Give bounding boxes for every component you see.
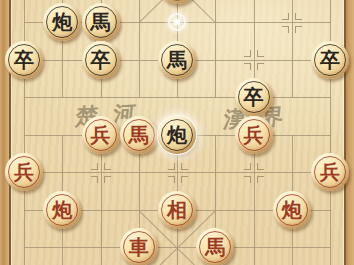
- point-marker-corner: [91, 163, 98, 170]
- piece-character: 兵: [244, 124, 264, 144]
- grid-vline-i: [330, 0, 331, 265]
- piece-character: 馬: [205, 237, 225, 257]
- grid-vline-d-top: [139, 0, 140, 98]
- point-marker-corner: [104, 176, 111, 183]
- grid-vline-f-top: [215, 0, 216, 98]
- piece-black-soldier-c4[interactable]: 卒: [82, 41, 120, 79]
- point-marker-c7: [91, 163, 111, 183]
- piece-red-elephant-e8[interactable]: 相: [158, 191, 196, 229]
- point-marker-corner: [244, 63, 251, 70]
- grid-vline-a: [24, 0, 25, 265]
- piece-character: 卒: [14, 49, 34, 69]
- piece-character: 車: [129, 237, 149, 257]
- piece-black-horse-c3[interactable]: 馬: [82, 3, 120, 41]
- point-marker-corner: [257, 63, 264, 70]
- point-marker-e7: [168, 163, 188, 183]
- piece-character: 兵: [14, 162, 34, 182]
- move-sparkle-effect: [166, 11, 188, 33]
- piece-red-horse-f9[interactable]: 馬: [196, 228, 234, 265]
- piece-red-horse-d6[interactable]: 馬: [120, 116, 158, 154]
- piece-character: 炮: [167, 124, 187, 144]
- piece-red-soldier-g6[interactable]: 兵: [235, 116, 273, 154]
- piece-black-soldier-g5[interactable]: 卒: [235, 78, 273, 116]
- piece-red-soldier-i7[interactable]: 兵: [311, 153, 349, 191]
- point-marker-corner: [282, 26, 289, 33]
- piece-character: 馬: [167, 49, 187, 69]
- piece-character: 卒: [91, 49, 111, 69]
- piece-black-soldier-a4[interactable]: 卒: [5, 41, 43, 79]
- point-marker-corner: [168, 163, 175, 170]
- xiangqi-board-screen: 楚河 漢界 炮馬卒卒馬卒卒兵馬炮兵兵兵炮相炮車馬: [0, 0, 354, 265]
- point-marker-corner: [91, 176, 98, 183]
- point-marker-corner: [257, 176, 264, 183]
- piece-black-cannon-e6[interactable]: 炮: [158, 116, 196, 154]
- sparkle-dot: [174, 19, 180, 25]
- piece-character: 炮: [282, 199, 302, 219]
- piece-character: 相: [167, 199, 187, 219]
- point-marker-corner: [244, 163, 251, 170]
- point-marker-corner: [244, 176, 251, 183]
- piece-red-chariot-d9[interactable]: 車: [120, 228, 158, 265]
- point-marker-corner: [181, 176, 188, 183]
- piece-character: 炮: [52, 199, 72, 219]
- piece-character: 兵: [320, 162, 340, 182]
- piece-red-soldier-a7[interactable]: 兵: [5, 153, 43, 191]
- point-marker-corner: [257, 163, 264, 170]
- board-frame-right: [346, 0, 354, 265]
- grid-hline-rank5: [24, 97, 331, 98]
- piece-red-cannon-h8[interactable]: 炮: [273, 191, 311, 229]
- point-marker-h3: [282, 13, 302, 33]
- board-frame-left: [0, 0, 9, 265]
- grid-vline-g-bottom: [254, 135, 255, 265]
- point-marker-g7: [244, 163, 264, 183]
- point-marker-corner: [181, 163, 188, 170]
- point-marker-corner: [257, 50, 264, 57]
- point-marker-corner: [244, 50, 251, 57]
- point-marker-corner: [104, 163, 111, 170]
- grid-vline-c-bottom: [101, 135, 102, 265]
- point-marker-g4: [244, 50, 264, 70]
- piece-black-soldier-i4[interactable]: 卒: [311, 41, 349, 79]
- piece-character: 馬: [91, 12, 111, 32]
- piece-black-horse-e4[interactable]: 馬: [158, 41, 196, 79]
- point-marker-corner: [295, 26, 302, 33]
- piece-character: 炮: [52, 12, 72, 32]
- piece-character: 卒: [244, 87, 264, 107]
- piece-red-cannon-b8[interactable]: 炮: [43, 191, 81, 229]
- piece-black-cannon-b3[interactable]: 炮: [43, 3, 81, 41]
- piece-red-soldier-c6[interactable]: 兵: [82, 116, 120, 154]
- board-border-right-highlight: [343, 0, 344, 265]
- piece-character: 兵: [91, 124, 111, 144]
- point-marker-corner: [295, 13, 302, 20]
- piece-character: 卒: [320, 49, 340, 69]
- piece-character: 馬: [129, 124, 149, 144]
- point-marker-corner: [168, 176, 175, 183]
- board-border-left-highlight: [11, 0, 12, 265]
- point-marker-corner: [282, 13, 289, 20]
